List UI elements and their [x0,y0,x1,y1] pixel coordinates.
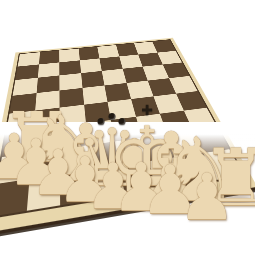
photo-stage: ♜♞♝♛♚✚♝♞♜♟♟♟♟♟♟♟♟ [0,0,255,255]
queen-crown-ball [98,118,105,125]
pawn-glyph: ♟ [178,165,235,229]
pieces-layer: ♜♞♝♛♚✚♝♞♜♟♟♟♟♟♟♟♟ [0,0,255,255]
